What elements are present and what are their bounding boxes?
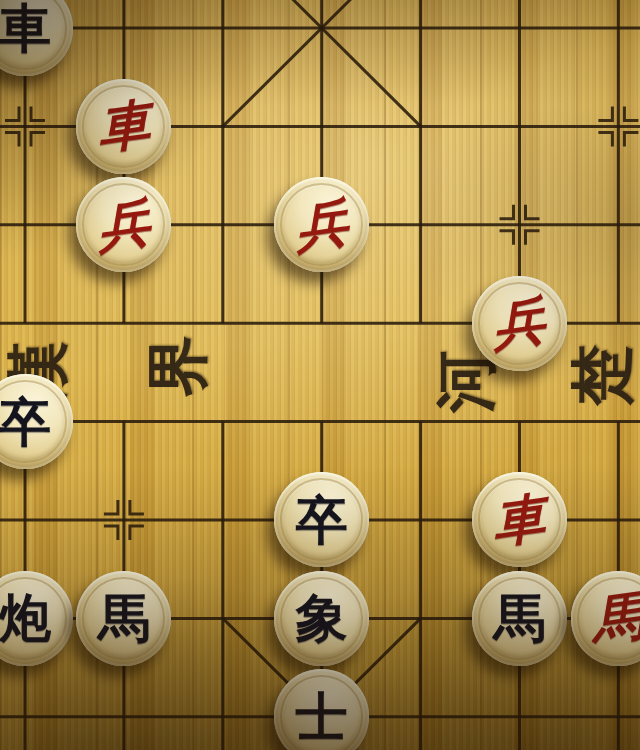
xiangqi-photo: 漢界河楚 車車兵兵兵卒卒車炮馬象馬馬士	[0, 0, 640, 750]
piece-character: 車	[0, 2, 51, 54]
piece-red-chariot[interactable]: 車	[76, 79, 171, 174]
piece-red-chariot[interactable]: 車	[472, 472, 567, 567]
piece-red-horse[interactable]: 馬	[571, 571, 640, 666]
piece-character: 卒	[296, 494, 348, 546]
piece-character: 兵	[96, 195, 151, 254]
piece-character: 炮	[0, 592, 51, 644]
piece-character: 馬	[591, 589, 640, 648]
piece-red-soldier[interactable]: 兵	[76, 177, 171, 272]
piece-black-elephant[interactable]: 象	[274, 571, 369, 666]
piece-character: 兵	[294, 195, 349, 254]
piece-red-soldier[interactable]: 兵	[472, 276, 567, 371]
piece-black-cannon[interactable]: 炮	[0, 571, 73, 666]
piece-black-soldier[interactable]: 卒	[274, 472, 369, 567]
piece-character: 士	[296, 691, 348, 743]
piece-character: 卒	[0, 396, 51, 448]
piece-black-advisor[interactable]: 士	[274, 669, 369, 750]
piece-black-soldier[interactable]: 卒	[0, 374, 73, 469]
piece-character: 馬	[493, 592, 545, 644]
pieces-grid: 車車兵兵兵卒卒車炮馬象馬馬士	[0, 0, 640, 750]
piece-red-soldier[interactable]: 兵	[274, 177, 369, 272]
piece-character: 象	[296, 592, 348, 644]
piece-character: 車	[96, 97, 151, 156]
piece-black-horse[interactable]: 馬	[472, 571, 567, 666]
piece-black-horse[interactable]: 馬	[76, 571, 171, 666]
piece-black-chariot[interactable]: 車	[0, 0, 73, 76]
piece-character: 車	[492, 490, 547, 549]
piece-character: 兵	[492, 294, 547, 353]
piece-character: 馬	[98, 592, 150, 644]
